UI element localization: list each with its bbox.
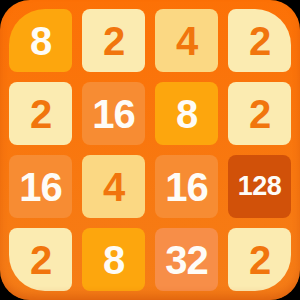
tile-r2c1-value-4: 4 <box>82 155 145 218</box>
tile-r2c2-value-16: 16 <box>155 155 218 218</box>
tile-r3c1-value-8: 8 <box>82 228 145 291</box>
tile-r0c0-value-8: 8 <box>9 9 72 72</box>
tile-r3c0-value-2: 2 <box>9 228 72 291</box>
tile-r1c3-value-2: 2 <box>228 82 291 145</box>
tile-r0c2-value-4: 4 <box>155 9 218 72</box>
tile-r2c3-value-128: 128 <box>228 155 291 218</box>
tile-r0c3-value-2: 2 <box>228 9 291 72</box>
tile-r1c2-value-8: 8 <box>155 82 218 145</box>
app-icon-2048: 8242216821641612828322 <box>0 0 300 300</box>
tile-r2c0-value-16: 16 <box>9 155 72 218</box>
tile-r0c1-value-2: 2 <box>82 9 145 72</box>
tile-r1c1-value-16: 16 <box>82 82 145 145</box>
tile-r3c3-value-2: 2 <box>228 228 291 291</box>
tile-r3c2-value-32: 32 <box>155 228 218 291</box>
tile-r1c0-value-2: 2 <box>9 82 72 145</box>
board-2048[interactable]: 8242216821641612828322 <box>0 0 300 300</box>
